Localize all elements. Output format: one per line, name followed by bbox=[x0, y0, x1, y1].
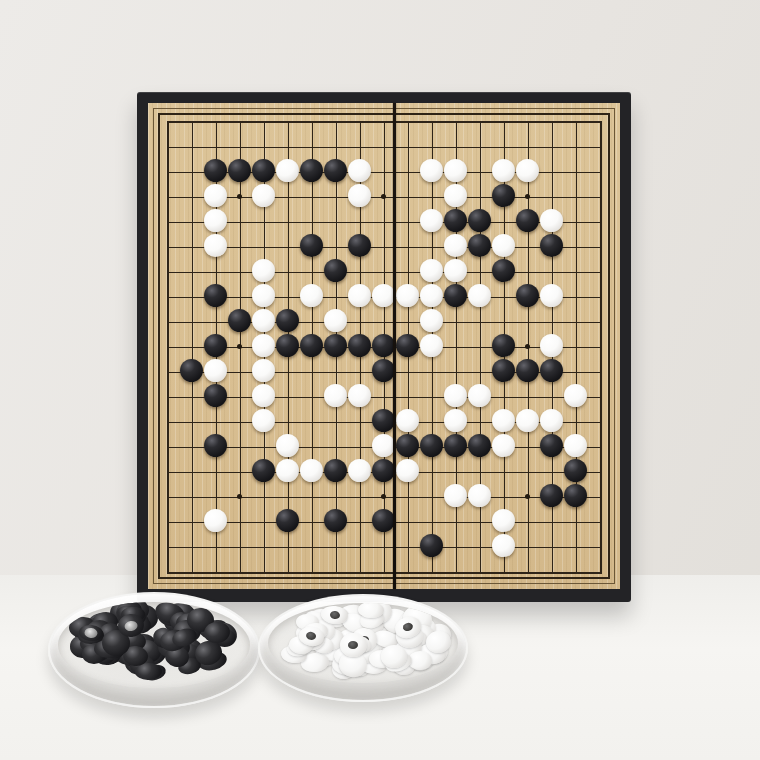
stone-black[interactable] bbox=[372, 459, 395, 482]
intersection[interactable] bbox=[371, 208, 395, 233]
intersection[interactable] bbox=[539, 508, 563, 533]
intersection[interactable] bbox=[563, 133, 587, 158]
intersection[interactable] bbox=[179, 483, 203, 508]
stone-black[interactable] bbox=[540, 434, 563, 457]
intersection[interactable] bbox=[203, 108, 227, 133]
stone-black[interactable] bbox=[300, 334, 323, 357]
intersection[interactable] bbox=[347, 458, 371, 483]
intersection[interactable] bbox=[251, 333, 275, 358]
black-stone-tray[interactable] bbox=[48, 592, 260, 708]
stone-white[interactable] bbox=[492, 534, 515, 557]
intersection[interactable] bbox=[299, 158, 323, 183]
intersection[interactable] bbox=[539, 483, 563, 508]
intersection[interactable] bbox=[179, 108, 203, 133]
intersection[interactable] bbox=[467, 258, 491, 283]
stone-white[interactable] bbox=[300, 459, 323, 482]
intersection[interactable] bbox=[371, 483, 395, 508]
intersection[interactable] bbox=[563, 358, 587, 383]
intersection[interactable] bbox=[371, 158, 395, 183]
intersection[interactable] bbox=[347, 308, 371, 333]
intersection[interactable] bbox=[443, 533, 467, 558]
intersection[interactable] bbox=[563, 183, 587, 208]
intersection[interactable] bbox=[419, 333, 443, 358]
intersection[interactable] bbox=[275, 158, 299, 183]
intersection[interactable] bbox=[155, 433, 179, 458]
intersection[interactable] bbox=[155, 133, 179, 158]
intersection[interactable] bbox=[347, 433, 371, 458]
stone-white[interactable] bbox=[420, 159, 443, 182]
stone-black[interactable] bbox=[420, 534, 443, 557]
intersection[interactable] bbox=[419, 433, 443, 458]
intersection[interactable] bbox=[179, 383, 203, 408]
intersection[interactable] bbox=[467, 433, 491, 458]
intersection[interactable] bbox=[299, 533, 323, 558]
stone-black[interactable] bbox=[324, 259, 347, 282]
intersection[interactable] bbox=[539, 283, 563, 308]
stone-white[interactable] bbox=[348, 159, 371, 182]
intersection[interactable] bbox=[347, 508, 371, 533]
intersection[interactable] bbox=[563, 533, 587, 558]
stone-black[interactable] bbox=[300, 159, 323, 182]
intersection[interactable] bbox=[155, 533, 179, 558]
intersection[interactable] bbox=[515, 208, 539, 233]
intersection[interactable] bbox=[251, 183, 275, 208]
intersection[interactable] bbox=[371, 133, 395, 158]
intersection[interactable] bbox=[467, 558, 491, 583]
intersection[interactable] bbox=[395, 358, 419, 383]
intersection[interactable] bbox=[539, 383, 563, 408]
intersection[interactable] bbox=[587, 433, 611, 458]
intersection[interactable] bbox=[371, 408, 395, 433]
intersection[interactable] bbox=[491, 383, 515, 408]
intersection[interactable] bbox=[491, 333, 515, 358]
stone-white[interactable] bbox=[540, 409, 563, 432]
intersection[interactable] bbox=[227, 483, 251, 508]
stone-black[interactable] bbox=[516, 359, 539, 382]
intersection[interactable] bbox=[251, 158, 275, 183]
intersection[interactable] bbox=[563, 258, 587, 283]
intersection[interactable] bbox=[515, 258, 539, 283]
stone-black[interactable] bbox=[492, 184, 515, 207]
intersection[interactable] bbox=[227, 308, 251, 333]
intersection[interactable] bbox=[155, 408, 179, 433]
intersection[interactable] bbox=[203, 133, 227, 158]
stone-white[interactable] bbox=[468, 484, 491, 507]
intersection[interactable] bbox=[275, 508, 299, 533]
intersection[interactable] bbox=[323, 158, 347, 183]
intersection[interactable] bbox=[443, 208, 467, 233]
stone-white[interactable] bbox=[324, 309, 347, 332]
intersection[interactable] bbox=[179, 258, 203, 283]
intersection[interactable] bbox=[227, 208, 251, 233]
intersection[interactable] bbox=[419, 458, 443, 483]
intersection[interactable] bbox=[275, 458, 299, 483]
stone-black[interactable] bbox=[204, 384, 227, 407]
intersection[interactable] bbox=[395, 558, 419, 583]
intersection[interactable] bbox=[275, 133, 299, 158]
intersection[interactable] bbox=[587, 458, 611, 483]
intersection[interactable] bbox=[587, 408, 611, 433]
intersection[interactable] bbox=[515, 358, 539, 383]
intersection[interactable] bbox=[347, 533, 371, 558]
intersection[interactable] bbox=[443, 383, 467, 408]
stone-black[interactable] bbox=[492, 259, 515, 282]
intersection[interactable] bbox=[395, 208, 419, 233]
intersection[interactable] bbox=[371, 258, 395, 283]
stone-black[interactable] bbox=[492, 359, 515, 382]
intersection[interactable] bbox=[491, 433, 515, 458]
stone-black[interactable] bbox=[468, 434, 491, 457]
stone-white[interactable] bbox=[492, 434, 515, 457]
intersection[interactable] bbox=[491, 508, 515, 533]
intersection[interactable] bbox=[155, 158, 179, 183]
intersection[interactable] bbox=[347, 383, 371, 408]
intersection[interactable] bbox=[323, 208, 347, 233]
stone-white[interactable] bbox=[396, 284, 419, 307]
intersection[interactable] bbox=[227, 533, 251, 558]
stone-black[interactable] bbox=[468, 234, 491, 257]
intersection[interactable] bbox=[275, 258, 299, 283]
intersection[interactable] bbox=[275, 433, 299, 458]
stone-black[interactable] bbox=[324, 459, 347, 482]
intersection[interactable] bbox=[419, 108, 443, 133]
stone-white[interactable] bbox=[420, 259, 443, 282]
intersection[interactable] bbox=[371, 558, 395, 583]
intersection[interactable] bbox=[419, 508, 443, 533]
stone-white[interactable] bbox=[348, 459, 371, 482]
intersection[interactable] bbox=[203, 283, 227, 308]
intersection[interactable] bbox=[419, 408, 443, 433]
intersection[interactable] bbox=[299, 258, 323, 283]
stone-white[interactable] bbox=[444, 159, 467, 182]
stone-black[interactable] bbox=[420, 434, 443, 457]
stone-white[interactable] bbox=[492, 159, 515, 182]
intersection[interactable] bbox=[587, 183, 611, 208]
intersection[interactable] bbox=[515, 133, 539, 158]
intersection[interactable] bbox=[251, 233, 275, 258]
intersection[interactable] bbox=[539, 358, 563, 383]
stone-black[interactable] bbox=[564, 459, 587, 482]
intersection[interactable] bbox=[515, 108, 539, 133]
intersection[interactable] bbox=[347, 108, 371, 133]
intersection[interactable] bbox=[323, 308, 347, 333]
stone-white[interactable] bbox=[252, 284, 275, 307]
stone-black[interactable] bbox=[228, 309, 251, 332]
stone-white[interactable] bbox=[204, 509, 227, 532]
intersection[interactable] bbox=[587, 283, 611, 308]
intersection[interactable] bbox=[515, 458, 539, 483]
intersection[interactable] bbox=[395, 133, 419, 158]
stone-white[interactable] bbox=[420, 309, 443, 332]
intersection[interactable] bbox=[467, 308, 491, 333]
stone-white[interactable] bbox=[252, 309, 275, 332]
intersection[interactable] bbox=[299, 133, 323, 158]
stone-black[interactable] bbox=[204, 334, 227, 357]
stone-black[interactable] bbox=[444, 434, 467, 457]
stone-white[interactable] bbox=[420, 334, 443, 357]
intersection[interactable] bbox=[323, 108, 347, 133]
intersection[interactable] bbox=[371, 283, 395, 308]
intersection[interactable] bbox=[251, 458, 275, 483]
stone-black[interactable] bbox=[372, 509, 395, 532]
intersection[interactable] bbox=[155, 258, 179, 283]
stone-black[interactable] bbox=[372, 334, 395, 357]
intersection[interactable] bbox=[203, 358, 227, 383]
intersection[interactable] bbox=[587, 133, 611, 158]
intersection[interactable] bbox=[299, 183, 323, 208]
intersection[interactable] bbox=[515, 533, 539, 558]
intersection[interactable] bbox=[323, 408, 347, 433]
intersection[interactable] bbox=[491, 183, 515, 208]
intersection[interactable] bbox=[419, 383, 443, 408]
stone-black[interactable] bbox=[324, 159, 347, 182]
intersection[interactable] bbox=[419, 258, 443, 283]
stone-white[interactable] bbox=[276, 434, 299, 457]
stone-white[interactable] bbox=[300, 284, 323, 307]
stone-black[interactable] bbox=[204, 159, 227, 182]
intersection[interactable] bbox=[539, 208, 563, 233]
intersection[interactable] bbox=[323, 183, 347, 208]
intersection[interactable] bbox=[203, 408, 227, 433]
intersection[interactable] bbox=[347, 558, 371, 583]
stone-black[interactable] bbox=[276, 509, 299, 532]
intersection[interactable] bbox=[587, 108, 611, 133]
intersection[interactable] bbox=[275, 333, 299, 358]
stone-white[interactable] bbox=[540, 334, 563, 357]
stone-black[interactable] bbox=[372, 359, 395, 382]
intersection[interactable] bbox=[539, 333, 563, 358]
intersection[interactable] bbox=[539, 458, 563, 483]
intersection[interactable] bbox=[347, 358, 371, 383]
intersection[interactable] bbox=[563, 433, 587, 458]
stone-white[interactable] bbox=[252, 409, 275, 432]
intersection[interactable] bbox=[419, 483, 443, 508]
intersection[interactable] bbox=[179, 208, 203, 233]
intersection[interactable] bbox=[371, 433, 395, 458]
intersection[interactable] bbox=[515, 483, 539, 508]
stone-white[interactable] bbox=[468, 284, 491, 307]
intersection[interactable] bbox=[539, 233, 563, 258]
intersection[interactable] bbox=[443, 558, 467, 583]
intersection[interactable] bbox=[275, 208, 299, 233]
intersection[interactable] bbox=[179, 458, 203, 483]
intersection[interactable] bbox=[179, 508, 203, 533]
intersection[interactable] bbox=[467, 508, 491, 533]
intersection[interactable] bbox=[395, 333, 419, 358]
intersection[interactable] bbox=[491, 108, 515, 133]
stone-black[interactable] bbox=[564, 484, 587, 507]
intersection[interactable] bbox=[203, 233, 227, 258]
intersection[interactable] bbox=[491, 158, 515, 183]
intersection[interactable] bbox=[419, 233, 443, 258]
intersection[interactable] bbox=[155, 308, 179, 333]
stone-white[interactable] bbox=[396, 409, 419, 432]
intersection[interactable] bbox=[155, 458, 179, 483]
stone-white[interactable] bbox=[252, 384, 275, 407]
stone-black[interactable] bbox=[444, 209, 467, 232]
intersection[interactable] bbox=[539, 158, 563, 183]
intersection[interactable] bbox=[347, 408, 371, 433]
intersection[interactable] bbox=[227, 258, 251, 283]
intersection[interactable] bbox=[275, 408, 299, 433]
intersection[interactable] bbox=[395, 483, 419, 508]
intersection[interactable] bbox=[563, 308, 587, 333]
intersection[interactable] bbox=[395, 283, 419, 308]
intersection[interactable] bbox=[275, 108, 299, 133]
intersection[interactable] bbox=[227, 333, 251, 358]
intersection[interactable] bbox=[299, 508, 323, 533]
intersection[interactable] bbox=[395, 158, 419, 183]
intersection[interactable] bbox=[227, 458, 251, 483]
intersection[interactable] bbox=[491, 408, 515, 433]
intersection[interactable] bbox=[467, 333, 491, 358]
intersection[interactable] bbox=[347, 133, 371, 158]
intersection[interactable] bbox=[395, 258, 419, 283]
intersection[interactable] bbox=[347, 233, 371, 258]
intersection[interactable] bbox=[443, 108, 467, 133]
intersection[interactable] bbox=[227, 158, 251, 183]
intersection[interactable] bbox=[227, 408, 251, 433]
intersection[interactable] bbox=[323, 133, 347, 158]
intersection[interactable] bbox=[179, 308, 203, 333]
stone-white[interactable] bbox=[540, 284, 563, 307]
intersection[interactable] bbox=[179, 233, 203, 258]
stone-black[interactable] bbox=[468, 209, 491, 232]
stone-white[interactable] bbox=[252, 359, 275, 382]
intersection[interactable] bbox=[563, 383, 587, 408]
intersection[interactable] bbox=[587, 158, 611, 183]
stone-white[interactable] bbox=[564, 384, 587, 407]
stone-black[interactable] bbox=[228, 159, 251, 182]
intersection[interactable] bbox=[203, 558, 227, 583]
intersection[interactable] bbox=[563, 408, 587, 433]
intersection[interactable] bbox=[563, 283, 587, 308]
intersection[interactable] bbox=[203, 483, 227, 508]
intersection[interactable] bbox=[251, 508, 275, 533]
intersection[interactable] bbox=[395, 108, 419, 133]
intersection[interactable] bbox=[155, 183, 179, 208]
intersection[interactable] bbox=[203, 383, 227, 408]
intersection[interactable] bbox=[515, 508, 539, 533]
stone-black[interactable] bbox=[540, 359, 563, 382]
intersection[interactable] bbox=[299, 483, 323, 508]
intersection[interactable] bbox=[227, 558, 251, 583]
intersection[interactable] bbox=[491, 483, 515, 508]
intersection[interactable] bbox=[203, 258, 227, 283]
stone-white[interactable] bbox=[420, 284, 443, 307]
intersection[interactable] bbox=[179, 283, 203, 308]
intersection[interactable] bbox=[227, 283, 251, 308]
intersection[interactable] bbox=[563, 208, 587, 233]
intersection[interactable] bbox=[419, 183, 443, 208]
stone-white[interactable] bbox=[252, 259, 275, 282]
intersection[interactable] bbox=[251, 108, 275, 133]
intersection[interactable] bbox=[251, 308, 275, 333]
intersection[interactable] bbox=[227, 358, 251, 383]
intersection[interactable] bbox=[203, 508, 227, 533]
intersection[interactable] bbox=[443, 283, 467, 308]
intersection[interactable] bbox=[467, 133, 491, 158]
intersection[interactable] bbox=[563, 108, 587, 133]
intersection[interactable] bbox=[539, 308, 563, 333]
stone-white[interactable] bbox=[444, 184, 467, 207]
intersection[interactable] bbox=[371, 533, 395, 558]
stone-white[interactable] bbox=[324, 384, 347, 407]
intersection[interactable] bbox=[491, 233, 515, 258]
intersection[interactable] bbox=[323, 508, 347, 533]
stone-black[interactable] bbox=[516, 209, 539, 232]
intersection[interactable] bbox=[251, 558, 275, 583]
intersection[interactable] bbox=[179, 333, 203, 358]
intersection[interactable] bbox=[587, 333, 611, 358]
intersection[interactable] bbox=[563, 483, 587, 508]
stone-black[interactable] bbox=[444, 284, 467, 307]
intersection[interactable] bbox=[275, 233, 299, 258]
intersection[interactable] bbox=[323, 458, 347, 483]
intersection[interactable] bbox=[587, 258, 611, 283]
intersection[interactable] bbox=[443, 233, 467, 258]
intersection[interactable] bbox=[587, 233, 611, 258]
intersection[interactable] bbox=[155, 358, 179, 383]
intersection[interactable] bbox=[323, 558, 347, 583]
intersection[interactable] bbox=[587, 358, 611, 383]
stone-white[interactable] bbox=[396, 459, 419, 482]
stone-white[interactable] bbox=[420, 209, 443, 232]
stone-white[interactable] bbox=[372, 284, 395, 307]
intersection[interactable] bbox=[419, 158, 443, 183]
intersection[interactable] bbox=[587, 483, 611, 508]
intersection[interactable] bbox=[299, 233, 323, 258]
intersection[interactable] bbox=[347, 283, 371, 308]
intersection[interactable] bbox=[467, 358, 491, 383]
intersection[interactable] bbox=[371, 183, 395, 208]
intersection[interactable] bbox=[155, 483, 179, 508]
stone-white[interactable] bbox=[348, 384, 371, 407]
intersection[interactable] bbox=[515, 233, 539, 258]
stone-black[interactable] bbox=[540, 234, 563, 257]
intersection[interactable] bbox=[467, 383, 491, 408]
intersection[interactable] bbox=[251, 483, 275, 508]
intersection[interactable] bbox=[587, 508, 611, 533]
intersection[interactable] bbox=[443, 333, 467, 358]
intersection[interactable] bbox=[203, 433, 227, 458]
stone-white[interactable] bbox=[444, 484, 467, 507]
intersection[interactable] bbox=[467, 483, 491, 508]
intersection[interactable] bbox=[299, 208, 323, 233]
intersection[interactable] bbox=[299, 558, 323, 583]
intersection[interactable] bbox=[563, 233, 587, 258]
intersection[interactable] bbox=[275, 358, 299, 383]
intersection[interactable] bbox=[227, 133, 251, 158]
intersection[interactable] bbox=[467, 458, 491, 483]
intersection[interactable] bbox=[395, 433, 419, 458]
intersection[interactable] bbox=[587, 558, 611, 583]
intersection[interactable] bbox=[251, 383, 275, 408]
intersection[interactable] bbox=[275, 533, 299, 558]
intersection[interactable] bbox=[371, 108, 395, 133]
stone-white[interactable] bbox=[444, 409, 467, 432]
stone-black[interactable] bbox=[300, 234, 323, 257]
intersection[interactable] bbox=[587, 308, 611, 333]
intersection[interactable] bbox=[155, 333, 179, 358]
intersection[interactable] bbox=[563, 558, 587, 583]
intersection[interactable] bbox=[539, 108, 563, 133]
intersection[interactable] bbox=[371, 308, 395, 333]
stone-white[interactable] bbox=[468, 384, 491, 407]
stone-white[interactable] bbox=[348, 184, 371, 207]
intersection[interactable] bbox=[275, 483, 299, 508]
intersection[interactable] bbox=[155, 283, 179, 308]
